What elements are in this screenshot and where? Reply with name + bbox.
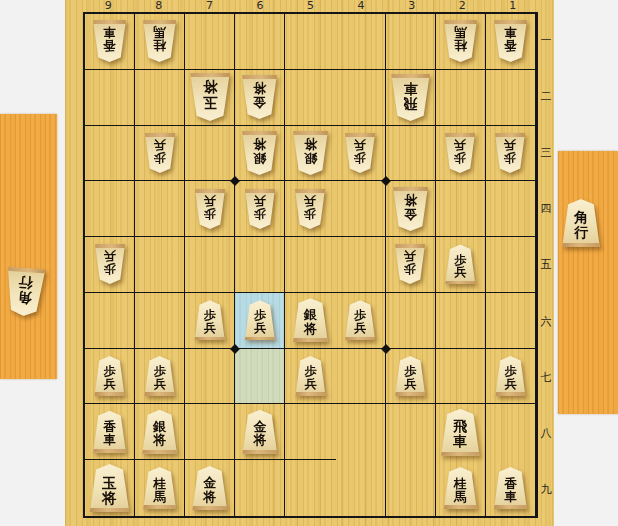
square-8h[interactable]: 銀将 — [135, 404, 185, 460]
square-9d[interactable] — [85, 181, 135, 237]
gote-rook[interactable]: 飛車 — [390, 74, 431, 121]
square-6e[interactable] — [235, 237, 285, 293]
sente-knight[interactable]: 桂馬 — [443, 467, 478, 509]
square-6i[interactable] — [235, 460, 285, 516]
square-3a[interactable] — [386, 14, 436, 70]
square-3f[interactable] — [386, 293, 436, 349]
square-5f[interactable]: 銀将 — [285, 293, 335, 349]
piece-face: 歩兵 — [444, 133, 476, 173]
piece-face: 玉将 — [89, 464, 131, 512]
file-label-4: 4 — [336, 0, 387, 12]
piece-face: 金将 — [191, 466, 228, 510]
rank-label-6: 六 — [538, 293, 554, 349]
piece-face: 飛車 — [390, 74, 431, 121]
square-8d[interactable] — [135, 181, 185, 237]
gote-hand-area: 角行 — [5, 268, 45, 316]
square-2c[interactable]: 歩兵 — [436, 126, 486, 182]
gote-gold-general[interactable]: 金将 — [392, 187, 429, 231]
gote-silver-general[interactable]: 銀将 — [241, 131, 278, 175]
piece-face: 歩兵 — [494, 356, 526, 396]
file-label-7: 7 — [184, 0, 235, 12]
gote-lance[interactable]: 香車 — [92, 20, 127, 62]
piece-face: 歩兵 — [94, 356, 126, 396]
piece-face: 歩兵 — [344, 300, 376, 340]
gote-pawn[interactable]: 歩兵 — [144, 133, 176, 173]
sente-bishop[interactable]: 角行 — [561, 199, 601, 247]
piece-face: 金将 — [241, 410, 278, 454]
square-2i[interactable]: 桂馬 — [436, 460, 486, 516]
square-8g[interactable]: 歩兵 — [135, 349, 185, 405]
square-9b[interactable] — [85, 70, 135, 126]
rank-label-9: 九 — [538, 462, 554, 518]
piece-face: 銀将 — [292, 131, 329, 175]
piece-face: 歩兵 — [144, 133, 176, 173]
sente-piece-stand — [558, 151, 618, 414]
sente-rook[interactable]: 飛車 — [440, 409, 481, 456]
gote-pawn[interactable]: 歩兵 — [444, 133, 476, 173]
piece-face: 歩兵 — [444, 244, 476, 284]
shogi-board: 香車桂馬桂馬香車玉将金将飛車歩兵銀将銀将歩兵歩兵歩兵歩兵歩兵歩兵金将歩兵歩兵歩兵… — [83, 12, 538, 518]
square-4f[interactable]: 歩兵 — [336, 293, 386, 349]
gote-pawn[interactable]: 歩兵 — [344, 133, 376, 173]
piece-face: 香車 — [493, 20, 528, 62]
piece-face: 銀将 — [241, 131, 278, 175]
square-5b[interactable] — [285, 70, 335, 126]
square-3d[interactable]: 金将 — [386, 181, 436, 237]
gote-lance[interactable]: 香車 — [493, 20, 528, 62]
square-8a[interactable]: 桂馬 — [135, 14, 185, 70]
square-6h[interactable]: 金将 — [235, 404, 285, 460]
square-2h[interactable]: 飛車 — [436, 404, 486, 460]
gote-pawn[interactable]: 歩兵 — [194, 189, 226, 229]
square-3b[interactable]: 飛車 — [386, 70, 436, 126]
sente-gold-general[interactable]: 金将 — [191, 466, 228, 510]
square-1b[interactable] — [486, 70, 536, 126]
square-7f[interactable]: 歩兵 — [185, 293, 235, 349]
piece-face: 香車 — [92, 20, 127, 62]
file-label-8: 8 — [134, 0, 185, 12]
square-1g[interactable]: 歩兵 — [486, 349, 536, 405]
piece-face: 桂馬 — [443, 467, 478, 509]
sente-pawn[interactable]: 歩兵 — [344, 300, 376, 340]
square-5g[interactable]: 歩兵 — [285, 349, 335, 405]
square-8i[interactable]: 桂馬 — [135, 460, 185, 516]
gote-bishop[interactable]: 角行 — [5, 268, 45, 316]
sente-gold-general[interactable]: 金将 — [241, 410, 278, 454]
square-9g[interactable]: 歩兵 — [85, 349, 135, 405]
file-label-2: 2 — [437, 0, 488, 12]
piece-face: 歩兵 — [394, 244, 426, 284]
gote-pawn[interactable]: 歩兵 — [294, 189, 326, 229]
square-6b[interactable]: 金将 — [235, 70, 285, 126]
square-2a[interactable]: 桂馬 — [436, 14, 486, 70]
square-1a[interactable]: 香車 — [486, 14, 536, 70]
piece-face: 玉将 — [189, 73, 231, 121]
square-8f[interactable] — [135, 293, 185, 349]
file-label-9: 9 — [83, 0, 134, 12]
file-label-5: 5 — [285, 0, 336, 12]
piece-face: 歩兵 — [294, 356, 326, 396]
gote-knight[interactable]: 桂馬 — [142, 20, 177, 62]
rank-label-5: 五 — [538, 237, 554, 293]
gote-knight[interactable]: 桂馬 — [443, 20, 478, 62]
gote-piece-stand — [0, 114, 57, 379]
piece-face: 歩兵 — [244, 300, 276, 340]
piece-face: 桂馬 — [142, 20, 177, 62]
file-label-3: 3 — [386, 0, 437, 12]
square-7d[interactable]: 歩兵 — [185, 181, 235, 237]
square-7g[interactable] — [185, 349, 235, 405]
piece-face: 桂馬 — [142, 467, 177, 509]
sente-pawn[interactable]: 歩兵 — [144, 356, 176, 396]
square-3c[interactable] — [386, 126, 436, 182]
square-9h[interactable]: 香車 — [85, 404, 135, 460]
square-7e[interactable] — [185, 237, 235, 293]
square-9a[interactable]: 香車 — [85, 14, 135, 70]
piece-face: 歩兵 — [94, 244, 126, 284]
piece-face: 歩兵 — [194, 300, 226, 340]
square-7a[interactable] — [185, 14, 235, 70]
square-8e[interactable] — [135, 237, 185, 293]
square-5a[interactable] — [285, 14, 335, 70]
square-4d[interactable] — [336, 181, 386, 237]
square-4e[interactable] — [336, 237, 386, 293]
sente-silver-general[interactable]: 銀将 — [141, 410, 178, 454]
square-7c[interactable] — [185, 126, 235, 182]
square-7h[interactable] — [185, 404, 235, 460]
square-4i[interactable] — [336, 460, 386, 516]
square-6a[interactable] — [235, 14, 285, 70]
sente-pawn[interactable]: 歩兵 — [294, 356, 326, 396]
square-5d[interactable]: 歩兵 — [285, 181, 335, 237]
square-9i[interactable]: 玉将 — [85, 460, 135, 516]
sente-lance[interactable]: 香車 — [493, 467, 528, 509]
piece-face: 角行 — [561, 199, 601, 247]
piece-face: 歩兵 — [344, 133, 376, 173]
sente-king[interactable]: 玉将 — [89, 464, 131, 512]
sente-knight[interactable]: 桂馬 — [142, 467, 177, 509]
square-6g[interactable] — [235, 349, 285, 405]
square-4g[interactable] — [336, 349, 386, 405]
sente-hand-area: 角行 — [561, 199, 601, 247]
square-1e[interactable] — [486, 237, 536, 293]
square-7i[interactable]: 金将 — [185, 460, 235, 516]
piece-face: 金将 — [392, 187, 429, 231]
piece-face: 角行 — [3, 267, 46, 318]
piece-face: 銀将 — [141, 410, 178, 454]
gote-pawn[interactable]: 歩兵 — [494, 133, 526, 173]
square-9f[interactable] — [85, 293, 135, 349]
piece-face: 歩兵 — [294, 189, 326, 229]
sente-pawn[interactable]: 歩兵 — [94, 356, 126, 396]
square-3h[interactable] — [386, 404, 436, 460]
square-2f[interactable] — [436, 293, 486, 349]
sente-silver-general[interactable]: 銀将 — [292, 298, 329, 342]
sente-pawn[interactable]: 歩兵 — [394, 356, 426, 396]
square-6d[interactable]: 歩兵 — [235, 181, 285, 237]
square-2e[interactable]: 歩兵 — [436, 237, 486, 293]
square-9c[interactable] — [85, 126, 135, 182]
square-2d[interactable] — [436, 181, 486, 237]
square-1f[interactable] — [486, 293, 536, 349]
rank-label-3: 三 — [538, 124, 554, 180]
shogi-app: 987654321 一二三四五六七八九 香車桂馬桂馬香車玉将金将飛車歩兵銀将銀将… — [0, 0, 618, 526]
square-7b[interactable]: 玉将 — [185, 70, 235, 126]
square-8c[interactable]: 歩兵 — [135, 126, 185, 182]
file-labels: 987654321 — [83, 0, 538, 12]
rank-label-8: 八 — [538, 406, 554, 462]
piece-face: 歩兵 — [194, 189, 226, 229]
rank-labels: 一二三四五六七八九 — [538, 12, 554, 518]
square-3e[interactable]: 歩兵 — [386, 237, 436, 293]
square-1i[interactable]: 香車 — [486, 460, 536, 516]
square-1h[interactable] — [486, 404, 536, 460]
rank-label-2: 二 — [538, 68, 554, 124]
sente-pawn[interactable]: 歩兵 — [494, 356, 526, 396]
piece-face: 歩兵 — [244, 189, 276, 229]
square-2b[interactable] — [436, 70, 486, 126]
sente-pawn[interactable]: 歩兵 — [194, 300, 226, 340]
square-5i[interactable] — [285, 460, 335, 516]
square-3g[interactable]: 歩兵 — [386, 349, 436, 405]
square-2g[interactable] — [436, 349, 486, 405]
gote-pawn[interactable]: 歩兵 — [394, 244, 426, 284]
piece-face: 歩兵 — [394, 356, 426, 396]
rank-label-4: 四 — [538, 181, 554, 237]
gote-king[interactable]: 玉将 — [189, 73, 231, 121]
piece-face: 銀将 — [292, 298, 329, 342]
square-1d[interactable] — [486, 181, 536, 237]
sente-pawn[interactable]: 歩兵 — [244, 300, 276, 340]
square-6f[interactable]: 歩兵 — [235, 293, 285, 349]
square-9e[interactable]: 歩兵 — [85, 237, 135, 293]
piece-face: 金将 — [241, 75, 278, 119]
file-label-6: 6 — [235, 0, 286, 12]
square-5c[interactable]: 銀将 — [285, 126, 335, 182]
square-5h[interactable] — [285, 404, 335, 460]
piece-face: 歩兵 — [494, 133, 526, 173]
sente-pawn[interactable]: 歩兵 — [444, 244, 476, 284]
piece-face: 飛車 — [440, 409, 481, 456]
piece-face: 歩兵 — [144, 356, 176, 396]
piece-face: 香車 — [92, 411, 127, 453]
piece-face: 香車 — [493, 467, 528, 509]
square-1c[interactable]: 歩兵 — [486, 126, 536, 182]
square-4c[interactable]: 歩兵 — [336, 126, 386, 182]
square-6c[interactable]: 銀将 — [235, 126, 285, 182]
square-4b[interactable] — [336, 70, 386, 126]
file-label-1: 1 — [488, 0, 539, 12]
square-4h[interactable] — [336, 404, 386, 460]
rank-label-7: 七 — [538, 349, 554, 405]
square-4a[interactable] — [336, 14, 386, 70]
gote-pawn[interactable]: 歩兵 — [94, 244, 126, 284]
sente-lance[interactable]: 香車 — [92, 411, 127, 453]
square-3i[interactable] — [386, 460, 436, 516]
gote-silver-general[interactable]: 銀将 — [292, 131, 329, 175]
square-5e[interactable] — [285, 237, 335, 293]
rank-label-1: 一 — [538, 12, 554, 68]
gote-pawn[interactable]: 歩兵 — [244, 189, 276, 229]
piece-face: 桂馬 — [443, 20, 478, 62]
square-8b[interactable] — [135, 70, 185, 126]
gote-gold-general[interactable]: 金将 — [241, 75, 278, 119]
